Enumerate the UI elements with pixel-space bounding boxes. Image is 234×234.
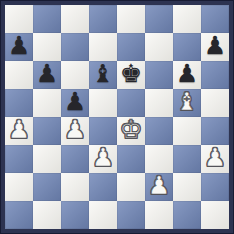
square-h1[interactable] (201, 201, 229, 229)
square-d2[interactable] (89, 173, 117, 201)
square-g8[interactable] (173, 5, 201, 33)
square-f8[interactable] (145, 5, 173, 33)
square-e6[interactable]: ♚ (117, 61, 145, 89)
black-pawn[interactable]: ♟ (64, 89, 86, 116)
square-g2[interactable] (173, 173, 201, 201)
square-h5[interactable] (201, 89, 229, 117)
square-b6[interactable]: ♟ (33, 61, 61, 89)
black-pawn[interactable]: ♟ (36, 61, 58, 88)
square-g5[interactable]: ♝ (173, 89, 201, 117)
square-b4[interactable] (33, 117, 61, 145)
square-b7[interactable] (33, 33, 61, 61)
chess-board: ♟♟♟♝♚♟♟♝♟♟♚♟♟♟ (5, 5, 229, 229)
square-b3[interactable] (33, 145, 61, 173)
square-e2[interactable] (117, 173, 145, 201)
square-h7[interactable]: ♟ (201, 33, 229, 61)
square-b5[interactable] (33, 89, 61, 117)
black-pawn[interactable]: ♟ (176, 61, 198, 88)
white-king[interactable]: ♚ (120, 117, 142, 144)
square-f4[interactable] (145, 117, 173, 145)
white-pawn[interactable]: ♟ (92, 145, 114, 172)
square-a8[interactable] (5, 5, 33, 33)
square-a3[interactable] (5, 145, 33, 173)
black-bishop[interactable]: ♝ (92, 61, 114, 88)
square-f5[interactable] (145, 89, 173, 117)
square-b8[interactable] (33, 5, 61, 33)
square-b2[interactable] (33, 173, 61, 201)
square-d4[interactable] (89, 117, 117, 145)
square-f6[interactable] (145, 61, 173, 89)
square-g6[interactable]: ♟ (173, 61, 201, 89)
square-a7[interactable]: ♟ (5, 33, 33, 61)
square-c7[interactable] (61, 33, 89, 61)
square-f7[interactable] (145, 33, 173, 61)
square-c2[interactable] (61, 173, 89, 201)
square-d5[interactable] (89, 89, 117, 117)
square-h3[interactable]: ♟ (201, 145, 229, 173)
square-g3[interactable] (173, 145, 201, 173)
black-pawn[interactable]: ♟ (8, 33, 30, 60)
square-h2[interactable] (201, 173, 229, 201)
chess-board-frame: ♟♟♟♝♚♟♟♝♟♟♚♟♟♟ (0, 0, 234, 234)
square-a1[interactable] (5, 201, 33, 229)
square-d1[interactable] (89, 201, 117, 229)
square-d3[interactable]: ♟ (89, 145, 117, 173)
black-pawn[interactable]: ♟ (204, 33, 226, 60)
white-pawn[interactable]: ♟ (204, 145, 226, 172)
square-h8[interactable] (201, 5, 229, 33)
square-e8[interactable] (117, 5, 145, 33)
square-a4[interactable]: ♟ (5, 117, 33, 145)
square-a5[interactable] (5, 89, 33, 117)
white-pawn[interactable]: ♟ (8, 117, 30, 144)
square-c6[interactable] (61, 61, 89, 89)
square-h4[interactable] (201, 117, 229, 145)
square-c4[interactable]: ♟ (61, 117, 89, 145)
square-f2[interactable]: ♟ (145, 173, 173, 201)
square-a2[interactable] (5, 173, 33, 201)
square-e7[interactable] (117, 33, 145, 61)
square-e1[interactable] (117, 201, 145, 229)
square-d6[interactable]: ♝ (89, 61, 117, 89)
square-b1[interactable] (33, 201, 61, 229)
square-d7[interactable] (89, 33, 117, 61)
square-c1[interactable] (61, 201, 89, 229)
square-g4[interactable] (173, 117, 201, 145)
square-d8[interactable] (89, 5, 117, 33)
square-g7[interactable] (173, 33, 201, 61)
white-pawn[interactable]: ♟ (148, 173, 170, 200)
square-g1[interactable] (173, 201, 201, 229)
square-c3[interactable] (61, 145, 89, 173)
square-c8[interactable] (61, 5, 89, 33)
black-king[interactable]: ♚ (120, 61, 142, 88)
square-e5[interactable] (117, 89, 145, 117)
white-bishop[interactable]: ♝ (176, 89, 198, 116)
square-e3[interactable] (117, 145, 145, 173)
square-a6[interactable] (5, 61, 33, 89)
square-c5[interactable]: ♟ (61, 89, 89, 117)
square-f3[interactable] (145, 145, 173, 173)
square-e4[interactable]: ♚ (117, 117, 145, 145)
white-pawn[interactable]: ♟ (64, 117, 86, 144)
square-h6[interactable] (201, 61, 229, 89)
square-f1[interactable] (145, 201, 173, 229)
